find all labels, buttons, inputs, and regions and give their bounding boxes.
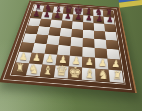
square-d6 xyxy=(61,21,73,29)
square-d1: ♛ xyxy=(54,66,69,79)
board-frame: ♜♞♝♛♚♝♞♜♟♟♟♟♟♟♟♟♟♟♟♟♟♟♟♟♜♞♝♛♚♝♞♜ xyxy=(0,0,137,93)
piece-black-pawn-g7: ♟ xyxy=(95,13,103,24)
piece-black-pawn-a7: ♟ xyxy=(32,8,40,19)
piece-white-king-e1: ♚ xyxy=(68,65,82,80)
square-a4 xyxy=(22,33,36,43)
piece-white-queen-d1: ♛ xyxy=(55,64,69,79)
square-g6 xyxy=(94,23,105,31)
square-g1: ♞ xyxy=(95,69,109,82)
square-d5 xyxy=(60,28,72,37)
square-g7: ♟ xyxy=(93,16,104,24)
square-e1: ♚ xyxy=(68,67,82,80)
piece-black-pawn-e7: ♟ xyxy=(74,11,82,22)
square-b1: ♞ xyxy=(26,63,42,76)
square-f6 xyxy=(83,22,94,30)
square-g5 xyxy=(94,31,106,40)
square-f5 xyxy=(83,30,94,39)
piece-black-pawn-c7: ♟ xyxy=(53,10,61,21)
table-object xyxy=(118,0,142,10)
piece-white-bishop-f1: ♝ xyxy=(83,66,95,81)
piece-white-rook-h1: ♜ xyxy=(112,68,122,83)
table-surface: ♜♞♝♛♚♝♞♜♟♟♟♟♟♟♟♟♟♟♟♟♟♟♟♟♜♞♝♛♚♝♞♜ xyxy=(0,0,142,111)
piece-white-bishop-c1: ♝ xyxy=(42,63,54,78)
square-e5 xyxy=(71,29,83,38)
piece-white-rook-a1: ♜ xyxy=(14,61,24,76)
piece-black-pawn-b7: ♟ xyxy=(43,9,51,20)
square-g4 xyxy=(94,39,106,49)
piece-black-pawn-d7: ♟ xyxy=(64,10,72,21)
square-f1: ♝ xyxy=(82,68,96,81)
piece-white-knight-g1: ♞ xyxy=(97,67,109,82)
piece-black-pawn-f7: ♟ xyxy=(85,12,93,23)
board-squares: ♜♞♝♛♚♝♞♜♟♟♟♟♟♟♟♟♟♟♟♟♟♟♟♟♜♞♝♛♚♝♞♜ xyxy=(12,5,124,83)
square-h5 xyxy=(105,31,117,40)
piece-black-pawn-h7: ♟ xyxy=(106,14,114,25)
square-d4 xyxy=(59,36,72,46)
square-h1: ♜ xyxy=(109,70,124,83)
square-e4 xyxy=(71,37,83,47)
piece-white-knight-b1: ♞ xyxy=(28,62,40,77)
